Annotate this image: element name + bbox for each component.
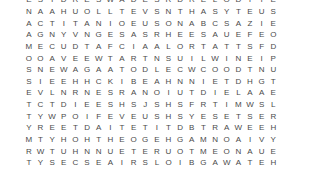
grid-cell-r12c14[interactable]: A: [186, 134, 198, 146]
grid-cell-r10c17[interactable]: E: [221, 110, 233, 122]
grid-cell-r7c18[interactable]: D: [233, 75, 245, 87]
grid-cell-r1c20[interactable]: U: [256, 6, 268, 18]
grid-cell-r8c10[interactable]: N: [139, 87, 151, 99]
grid-cell-r14c14[interactable]: B: [186, 157, 198, 169]
grid-cell-r8c21[interactable]: E: [267, 87, 279, 99]
grid-cell-r14c4[interactable]: C: [70, 157, 82, 169]
grid-cell-r14c17[interactable]: W: [221, 157, 233, 169]
grid-cell-r3c14[interactable]: E: [186, 29, 198, 41]
grid-cell-r3c7[interactable]: E: [104, 29, 116, 41]
grid-cell-r8c3[interactable]: N: [58, 87, 70, 99]
grid-cell-r9c6[interactable]: E: [93, 99, 105, 111]
grid-cell-r7c13[interactable]: N: [174, 75, 186, 87]
grid-cell-r12c3[interactable]: H: [58, 134, 70, 146]
grid-cell-r4c12[interactable]: L: [163, 41, 175, 53]
grid-cell-r10c6[interactable]: F: [93, 110, 105, 122]
grid-cell-r10c3[interactable]: P: [58, 110, 70, 122]
grid-cell-r9c8[interactable]: H: [116, 99, 128, 111]
grid-cell-r7c3[interactable]: E: [58, 75, 70, 87]
grid-cell-r9c11[interactable]: S: [151, 99, 163, 111]
grid-cell-r3c21[interactable]: O: [267, 29, 279, 41]
grid-cell-r14c20[interactable]: E: [256, 157, 268, 169]
grid-cell-r1c15[interactable]: A: [198, 6, 210, 18]
grid-cell-r10c12[interactable]: H: [163, 110, 175, 122]
grid-cell-r4c18[interactable]: T: [233, 41, 245, 53]
grid-cell-r12c12[interactable]: H: [163, 134, 175, 146]
grid-cell-r12c4[interactable]: O: [70, 134, 82, 146]
grid-cell-r5c10[interactable]: T: [139, 52, 151, 64]
grid-cell-r7c7[interactable]: K: [104, 75, 116, 87]
grid-cell-r8c8[interactable]: R: [116, 87, 128, 99]
grid-cell-r4c11[interactable]: A: [151, 41, 163, 53]
grid-cell-r9c3[interactable]: D: [58, 99, 70, 111]
grid-cell-r2c15[interactable]: B: [198, 17, 210, 29]
grid-cell-r1c19[interactable]: E: [244, 6, 256, 18]
grid-cell-r11c17[interactable]: A: [221, 122, 233, 134]
grid-cell-r1c11[interactable]: S: [151, 6, 163, 18]
grid-cell-r7c15[interactable]: I: [198, 75, 210, 87]
grid-cell-r1c6[interactable]: L: [93, 6, 105, 18]
grid-cell-r7c10[interactable]: E: [139, 75, 151, 87]
grid-cell-r6c1[interactable]: N: [35, 64, 47, 76]
grid-cell-r7c19[interactable]: H: [244, 75, 256, 87]
grid-cell-r13c16[interactable]: E: [209, 145, 221, 157]
grid-cell-r6c19[interactable]: T: [244, 64, 256, 76]
grid-cell-r14c16[interactable]: A: [209, 157, 221, 169]
grid-cell-r6c14[interactable]: W: [186, 64, 198, 76]
grid-cell-r8c7[interactable]: S: [104, 87, 116, 99]
grid-cell-r2c12[interactable]: O: [163, 17, 175, 29]
grid-cell-r2c16[interactable]: C: [209, 17, 221, 29]
grid-cell-r14c6[interactable]: E: [93, 157, 105, 169]
grid-cell-r4c20[interactable]: F: [256, 41, 268, 53]
grid-cell-r13c4[interactable]: H: [70, 145, 82, 157]
grid-cell-r7c16[interactable]: E: [209, 75, 221, 87]
grid-cell-r9c10[interactable]: J: [139, 99, 151, 111]
grid-cell-r13c18[interactable]: N: [233, 145, 245, 157]
grid-cell-r9c15[interactable]: R: [198, 99, 210, 111]
grid-cell-r2c1[interactable]: C: [35, 17, 47, 29]
grid-cell-r2c17[interactable]: S: [221, 17, 233, 29]
grid-cell-r10c14[interactable]: Y: [186, 110, 198, 122]
grid-cell-r8c11[interactable]: O: [151, 87, 163, 99]
grid-cell-r10c8[interactable]: V: [116, 110, 128, 122]
grid-cell-r1c13[interactable]: T: [174, 6, 186, 18]
grid-cell-r13c10[interactable]: E: [139, 145, 151, 157]
grid-cell-r14c8[interactable]: I: [116, 157, 128, 169]
grid-cell-r11c13[interactable]: D: [174, 122, 186, 134]
grid-cell-r10c4[interactable]: O: [70, 110, 82, 122]
grid-cell-r8c0[interactable]: E: [23, 87, 35, 99]
grid-cell-r11c15[interactable]: T: [198, 122, 210, 134]
grid-cell-r8c9[interactable]: A: [128, 87, 140, 99]
grid-cell-r12c20[interactable]: V: [256, 134, 268, 146]
grid-cell-r11c1[interactable]: R: [35, 122, 47, 134]
grid-cell-r7c1[interactable]: I: [35, 75, 47, 87]
grid-cell-r6c20[interactable]: N: [256, 64, 268, 76]
grid-cell-r11c5[interactable]: D: [81, 122, 93, 134]
grid-cell-r11c16[interactable]: R: [209, 122, 221, 134]
grid-cell-r8c1[interactable]: V: [35, 87, 47, 99]
grid-cell-r5c16[interactable]: W: [209, 52, 221, 64]
grid-cell-r2c9[interactable]: E: [128, 17, 140, 29]
grid-cell-r6c17[interactable]: O: [221, 64, 233, 76]
grid-cell-r5c20[interactable]: I: [256, 52, 268, 64]
grid-cell-r2c3[interactable]: I: [58, 17, 70, 29]
grid-cell-r9c12[interactable]: H: [163, 99, 175, 111]
grid-cell-r4c1[interactable]: E: [35, 41, 47, 53]
grid-cell-r6c16[interactable]: O: [209, 64, 221, 76]
grid-cell-r13c3[interactable]: U: [58, 145, 70, 157]
grid-cell-r10c9[interactable]: E: [128, 110, 140, 122]
grid-cell-r6c11[interactable]: L: [151, 64, 163, 76]
grid-cell-r7c4[interactable]: H: [70, 75, 82, 87]
grid-cell-r4c8[interactable]: C: [116, 41, 128, 53]
grid-cell-r6c5[interactable]: G: [81, 64, 93, 76]
grid-cell-r11c21[interactable]: H: [267, 122, 279, 134]
grid-cell-r3c0[interactable]: A: [23, 29, 35, 41]
grid-cell-r9c1[interactable]: C: [35, 99, 47, 111]
grid-cell-r12c15[interactable]: M: [198, 134, 210, 146]
grid-cell-r12c19[interactable]: I: [244, 134, 256, 146]
grid-cell-r12c10[interactable]: G: [139, 134, 151, 146]
grid-cell-r14c12[interactable]: O: [163, 157, 175, 169]
grid-cell-r3c1[interactable]: G: [35, 29, 47, 41]
grid-cell-r5c9[interactable]: R: [128, 52, 140, 64]
grid-cell-r3c18[interactable]: E: [233, 29, 245, 41]
grid-cell-r7c12[interactable]: H: [163, 75, 175, 87]
grid-cell-r5c15[interactable]: L: [198, 52, 210, 64]
grid-cell-r4c14[interactable]: R: [186, 41, 198, 53]
grid-cell-r9c19[interactable]: W: [244, 99, 256, 111]
grid-cell-r10c16[interactable]: S: [209, 110, 221, 122]
grid-cell-r6c6[interactable]: A: [93, 64, 105, 76]
grid-cell-r9c17[interactable]: I: [221, 99, 233, 111]
grid-cell-r13c1[interactable]: W: [35, 145, 47, 157]
grid-cell-r1c14[interactable]: H: [186, 6, 198, 18]
grid-cell-r8c6[interactable]: E: [93, 87, 105, 99]
grid-cell-r13c13[interactable]: O: [174, 145, 186, 157]
grid-cell-r9c4[interactable]: I: [70, 99, 82, 111]
grid-cell-r7c21[interactable]: T: [267, 75, 279, 87]
grid-cell-r4c15[interactable]: T: [198, 41, 210, 53]
grid-cell-r5c5[interactable]: E: [81, 52, 93, 64]
grid-cell-r4c2[interactable]: C: [46, 41, 58, 53]
grid-cell-r3c4[interactable]: V: [70, 29, 82, 41]
grid-cell-r3c3[interactable]: Y: [58, 29, 70, 41]
grid-cell-r10c1[interactable]: Y: [35, 110, 47, 122]
grid-cell-r9c13[interactable]: S: [174, 99, 186, 111]
grid-cell-r3c17[interactable]: U: [221, 29, 233, 41]
grid-cell-r9c0[interactable]: T: [23, 99, 35, 111]
grid-cell-r1c18[interactable]: T: [233, 6, 245, 18]
grid-cell-r3c8[interactable]: S: [116, 29, 128, 41]
grid-cell-r7c14[interactable]: N: [186, 75, 198, 87]
grid-cell-r6c10[interactable]: D: [139, 64, 151, 76]
grid-cell-r11c11[interactable]: I: [151, 122, 163, 134]
grid-cell-r13c12[interactable]: U: [163, 145, 175, 157]
grid-cell-r3c19[interactable]: F: [244, 29, 256, 41]
grid-cell-r2c19[interactable]: Z: [244, 17, 256, 29]
grid-cell-r13c7[interactable]: U: [104, 145, 116, 157]
grid-cell-r5c21[interactable]: P: [267, 52, 279, 64]
grid-cell-r4c10[interactable]: A: [139, 41, 151, 53]
grid-cell-r11c3[interactable]: E: [58, 122, 70, 134]
grid-cell-r13c17[interactable]: O: [221, 145, 233, 157]
grid-cell-r6c13[interactable]: C: [174, 64, 186, 76]
grid-cell-r8c20[interactable]: A: [256, 87, 268, 99]
grid-cell-r13c11[interactable]: R: [151, 145, 163, 157]
grid-cell-r10c10[interactable]: U: [139, 110, 151, 122]
grid-cell-r8c16[interactable]: I: [209, 87, 221, 99]
grid-cell-r5c19[interactable]: E: [244, 52, 256, 64]
grid-cell-r14c21[interactable]: H: [267, 157, 279, 169]
grid-cell-r8c13[interactable]: U: [174, 87, 186, 99]
grid-cell-r7c0[interactable]: S: [23, 75, 35, 87]
grid-cell-r5c3[interactable]: V: [58, 52, 70, 64]
grid-cell-r4c16[interactable]: A: [209, 41, 221, 53]
grid-cell-r7c17[interactable]: T: [221, 75, 233, 87]
grid-cell-r1c9[interactable]: E: [128, 6, 140, 18]
grid-cell-r11c14[interactable]: B: [186, 122, 198, 134]
grid-cell-r1c4[interactable]: U: [70, 6, 82, 18]
grid-cell-r9c16[interactable]: T: [209, 99, 221, 111]
grid-cell-r4c13[interactable]: O: [174, 41, 186, 53]
grid-cell-r12c9[interactable]: O: [128, 134, 140, 146]
grid-cell-r7c5[interactable]: H: [81, 75, 93, 87]
grid-cell-r6c15[interactable]: C: [198, 64, 210, 76]
grid-cell-r14c2[interactable]: S: [46, 157, 58, 169]
grid-cell-r4c0[interactable]: M: [23, 41, 35, 53]
grid-cell-r1c7[interactable]: L: [104, 6, 116, 18]
grid-cell-r9c5[interactable]: E: [81, 99, 93, 111]
grid-cell-r14c7[interactable]: A: [104, 157, 116, 169]
grid-cell-r14c18[interactable]: A: [233, 157, 245, 169]
grid-cell-r13c19[interactable]: A: [244, 145, 256, 157]
grid-cell-r1c17[interactable]: Y: [221, 6, 233, 18]
grid-cell-r2c6[interactable]: N: [93, 17, 105, 29]
grid-cell-r13c5[interactable]: N: [81, 145, 93, 157]
grid-cell-r5c7[interactable]: T: [104, 52, 116, 64]
grid-cell-r4c9[interactable]: I: [128, 41, 140, 53]
grid-cell-r14c10[interactable]: S: [139, 157, 151, 169]
grid-cell-r12c2[interactable]: Y: [46, 134, 58, 146]
grid-cell-r1c10[interactable]: V: [139, 6, 151, 18]
grid-cell-r14c5[interactable]: S: [81, 157, 93, 169]
grid-cell-r6c0[interactable]: S: [23, 64, 35, 76]
grid-cell-r5c2[interactable]: A: [46, 52, 58, 64]
grid-cell-r5c11[interactable]: N: [151, 52, 163, 64]
grid-cell-r9c9[interactable]: S: [128, 99, 140, 111]
grid-cell-r2c18[interactable]: A: [233, 17, 245, 29]
grid-cell-r8c19[interactable]: A: [244, 87, 256, 99]
grid-cell-r12c5[interactable]: H: [81, 134, 93, 146]
grid-cell-r3c13[interactable]: E: [174, 29, 186, 41]
grid-cell-r11c9[interactable]: E: [128, 122, 140, 134]
grid-cell-r3c11[interactable]: R: [151, 29, 163, 41]
grid-cell-r3c6[interactable]: G: [93, 29, 105, 41]
grid-cell-r5c4[interactable]: E: [70, 52, 82, 64]
grid-cell-r6c9[interactable]: O: [128, 64, 140, 76]
grid-cell-r3c10[interactable]: S: [139, 29, 151, 41]
grid-cell-r2c21[interactable]: E: [267, 17, 279, 29]
grid-cell-r11c2[interactable]: E: [46, 122, 58, 134]
grid-cell-r3c9[interactable]: A: [128, 29, 140, 41]
grid-cell-r6c3[interactable]: W: [58, 64, 70, 76]
grid-cell-r8c15[interactable]: D: [198, 87, 210, 99]
grid-cell-r2c5[interactable]: A: [81, 17, 93, 29]
grid-cell-r13c8[interactable]: E: [116, 145, 128, 157]
grid-cell-r5c18[interactable]: N: [233, 52, 245, 64]
grid-cell-r7c9[interactable]: B: [128, 75, 140, 87]
grid-cell-r10c18[interactable]: T: [233, 110, 245, 122]
grid-cell-r5c13[interactable]: U: [174, 52, 186, 64]
grid-cell-r6c7[interactable]: A: [104, 64, 116, 76]
grid-cell-r7c11[interactable]: A: [151, 75, 163, 87]
grid-cell-r5c0[interactable]: O: [23, 52, 35, 64]
grid-cell-r11c6[interactable]: A: [93, 122, 105, 134]
grid-cell-r9c7[interactable]: S: [104, 99, 116, 111]
grid-cell-r3c2[interactable]: N: [46, 29, 58, 41]
grid-cell-r2c8[interactable]: O: [116, 17, 128, 29]
grid-cell-r11c4[interactable]: T: [70, 122, 82, 134]
grid-cell-r1c2[interactable]: A: [46, 6, 58, 18]
grid-cell-r13c6[interactable]: N: [93, 145, 105, 157]
grid-cell-r14c3[interactable]: E: [58, 157, 70, 169]
grid-cell-r8c12[interactable]: I: [163, 87, 175, 99]
grid-cell-r9c2[interactable]: T: [46, 99, 58, 111]
grid-cell-r4c3[interactable]: U: [58, 41, 70, 53]
grid-cell-r5c17[interactable]: I: [221, 52, 233, 64]
grid-cell-r1c0[interactable]: N: [23, 6, 35, 18]
grid-cell-r4c19[interactable]: S: [244, 41, 256, 53]
grid-cell-r11c12[interactable]: T: [163, 122, 175, 134]
grid-cell-r8c17[interactable]: E: [221, 87, 233, 99]
grid-cell-r14c15[interactable]: G: [198, 157, 210, 169]
grid-cell-r11c20[interactable]: E: [256, 122, 268, 134]
grid-cell-r7c8[interactable]: I: [116, 75, 128, 87]
grid-cell-r10c15[interactable]: E: [198, 110, 210, 122]
grid-cell-r1c16[interactable]: S: [209, 6, 221, 18]
grid-cell-r10c0[interactable]: T: [23, 110, 35, 122]
grid-cell-r5c6[interactable]: W: [93, 52, 105, 64]
grid-cell-r2c7[interactable]: I: [104, 17, 116, 29]
grid-cell-r8c18[interactable]: L: [233, 87, 245, 99]
grid-cell-r8c4[interactable]: R: [70, 87, 82, 99]
grid-cell-r3c12[interactable]: H: [163, 29, 175, 41]
grid-cell-r12c16[interactable]: N: [209, 134, 221, 146]
grid-cell-r14c0[interactable]: T: [23, 157, 35, 169]
grid-cell-r8c14[interactable]: T: [186, 87, 198, 99]
grid-cell-r10c11[interactable]: S: [151, 110, 163, 122]
grid-cell-r11c18[interactable]: W: [233, 122, 245, 134]
grid-cell-r2c0[interactable]: A: [23, 17, 35, 29]
grid-cell-r4c7[interactable]: F: [104, 41, 116, 53]
grid-cell-r11c8[interactable]: T: [116, 122, 128, 134]
grid-cell-r10c7[interactable]: E: [104, 110, 116, 122]
grid-cell-r9c21[interactable]: L: [267, 99, 279, 111]
grid-cell-r8c2[interactable]: L: [46, 87, 58, 99]
grid-cell-r10c13[interactable]: S: [174, 110, 186, 122]
grid-cell-r9c14[interactable]: F: [186, 99, 198, 111]
grid-cell-r2c14[interactable]: A: [186, 17, 198, 29]
grid-cell-r11c19[interactable]: E: [244, 122, 256, 134]
grid-cell-r3c5[interactable]: N: [81, 29, 93, 41]
grid-cell-r1c21[interactable]: S: [267, 6, 279, 18]
grid-cell-r5c8[interactable]: A: [116, 52, 128, 64]
grid-cell-r13c2[interactable]: T: [46, 145, 58, 157]
grid-cell-r10c5[interactable]: I: [81, 110, 93, 122]
grid-cell-r2c20[interactable]: I: [256, 17, 268, 29]
grid-cell-r5c1[interactable]: O: [35, 52, 47, 64]
grid-cell-r2c11[interactable]: S: [151, 17, 163, 29]
grid-cell-r9c20[interactable]: S: [256, 99, 268, 111]
grid-cell-r12c8[interactable]: E: [116, 134, 128, 146]
grid-cell-r1c8[interactable]: T: [116, 6, 128, 18]
grid-cell-r8c5[interactable]: N: [81, 87, 93, 99]
grid-cell-r2c4[interactable]: T: [70, 17, 82, 29]
grid-cell-r7c2[interactable]: E: [46, 75, 58, 87]
grid-cell-r12c6[interactable]: T: [93, 134, 105, 146]
grid-cell-r6c4[interactable]: A: [70, 64, 82, 76]
grid-cell-r2c13[interactable]: N: [174, 17, 186, 29]
grid-cell-r3c16[interactable]: A: [209, 29, 221, 41]
grid-cell-r7c6[interactable]: C: [93, 75, 105, 87]
grid-cell-r6c8[interactable]: T: [116, 64, 128, 76]
grid-cell-r14c1[interactable]: Y: [35, 157, 47, 169]
grid-cell-r1c5[interactable]: O: [81, 6, 93, 18]
grid-cell-r4c4[interactable]: D: [70, 41, 82, 53]
grid-cell-r14c13[interactable]: I: [174, 157, 186, 169]
grid-cell-r14c19[interactable]: T: [244, 157, 256, 169]
grid-cell-r14c11[interactable]: L: [151, 157, 163, 169]
grid-cell-r9c18[interactable]: M: [233, 99, 245, 111]
grid-cell-r12c21[interactable]: Y: [267, 134, 279, 146]
grid-cell-r3c20[interactable]: E: [256, 29, 268, 41]
grid-cell-r11c7[interactable]: I: [104, 122, 116, 134]
grid-cell-r6c2[interactable]: E: [46, 64, 58, 76]
grid-cell-r6c18[interactable]: D: [233, 64, 245, 76]
grid-cell-r12c0[interactable]: M: [23, 134, 35, 146]
grid-cell-r1c12[interactable]: N: [163, 6, 175, 18]
grid-cell-r13c20[interactable]: U: [256, 145, 268, 157]
grid-cell-r2c10[interactable]: U: [139, 17, 151, 29]
grid-cell-r13c14[interactable]: T: [186, 145, 198, 157]
grid-cell-r4c6[interactable]: A: [93, 41, 105, 53]
grid-cell-r4c5[interactable]: T: [81, 41, 93, 53]
grid-cell-r11c0[interactable]: Y: [23, 122, 35, 134]
grid-cell-r7c20[interactable]: G: [256, 75, 268, 87]
grid-cell-r2c2[interactable]: T: [46, 17, 58, 29]
grid-cell-r10c19[interactable]: S: [244, 110, 256, 122]
grid-cell-r5c12[interactable]: S: [163, 52, 175, 64]
grid-cell-r4c21[interactable]: D: [267, 41, 279, 53]
grid-cell-r6c12[interactable]: E: [163, 64, 175, 76]
grid-cell-r3c15[interactable]: S: [198, 29, 210, 41]
grid-cell-r14c9[interactable]: R: [128, 157, 140, 169]
grid-cell-r1c1[interactable]: A: [35, 6, 47, 18]
grid-cell-r12c17[interactable]: O: [221, 134, 233, 146]
grid-cell-r10c20[interactable]: E: [256, 110, 268, 122]
grid-cell-r12c13[interactable]: G: [174, 134, 186, 146]
grid-cell-r5c14[interactable]: I: [186, 52, 198, 64]
grid-cell-r10c2[interactable]: W: [46, 110, 58, 122]
grid-cell-r1c3[interactable]: H: [58, 6, 70, 18]
grid-cell-r13c15[interactable]: M: [198, 145, 210, 157]
grid-cell-r12c18[interactable]: A: [233, 134, 245, 146]
grid-cell-r11c10[interactable]: T: [139, 122, 151, 134]
grid-cell-r12c1[interactable]: T: [35, 134, 47, 146]
